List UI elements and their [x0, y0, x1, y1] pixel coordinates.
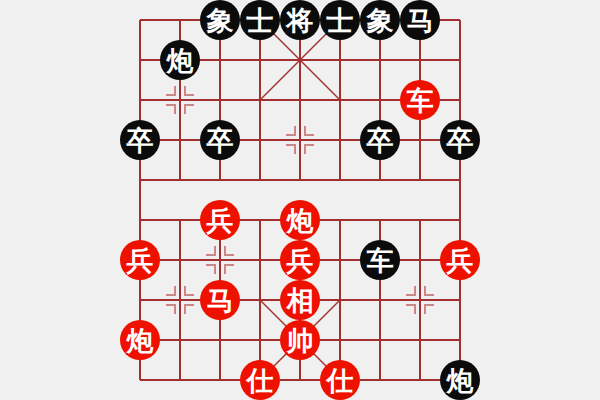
piece-black-soldier[interactable]: 卒 [200, 120, 240, 160]
piece-black-horse[interactable]: 马 [400, 0, 440, 40]
piece-red-chariot[interactable]: 车 [400, 80, 440, 120]
piece-black-elephant[interactable]: 象 [360, 0, 400, 40]
piece-red-cannon[interactable]: 炮 [120, 320, 160, 360]
piece-black-soldier[interactable]: 卒 [120, 120, 160, 160]
piece-black-advisor[interactable]: 士 [240, 0, 280, 40]
piece-black-soldier[interactable]: 卒 [440, 120, 480, 160]
piece-red-soldier[interactable]: 兵 [120, 240, 160, 280]
piece-red-cannon[interactable]: 炮 [280, 200, 320, 240]
piece-black-elephant[interactable]: 象 [200, 0, 240, 40]
piece-red-soldier[interactable]: 兵 [200, 200, 240, 240]
piece-red-horse[interactable]: 马 [200, 280, 240, 320]
piece-red-advisor[interactable]: 仕 [320, 360, 360, 400]
piece-red-general[interactable]: 帅 [280, 320, 320, 360]
piece-black-chariot[interactable]: 车 [360, 240, 400, 280]
pieces-layer: 象士将士象马炮车卒卒卒卒兵炮兵兵车兵马相炮帅仕仕炮 [0, 0, 600, 400]
piece-black-cannon[interactable]: 炮 [440, 360, 480, 400]
piece-black-soldier[interactable]: 卒 [360, 120, 400, 160]
piece-black-advisor[interactable]: 士 [320, 0, 360, 40]
piece-red-elephant[interactable]: 相 [280, 280, 320, 320]
xiangqi-app: 象士将士象马炮车卒卒卒卒兵炮兵兵车兵马相炮帅仕仕炮 [0, 0, 600, 400]
piece-red-advisor[interactable]: 仕 [240, 360, 280, 400]
piece-red-soldier[interactable]: 兵 [280, 240, 320, 280]
piece-red-soldier[interactable]: 兵 [440, 240, 480, 280]
piece-black-general[interactable]: 将 [280, 0, 320, 40]
piece-black-cannon[interactable]: 炮 [160, 40, 200, 80]
